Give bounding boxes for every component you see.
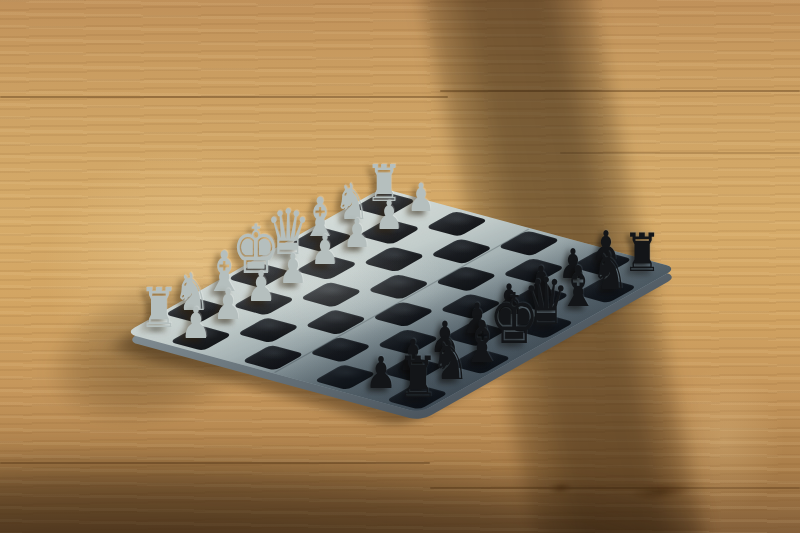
piece-white-pawn-g2[interactable]: ♟ [213,284,243,326]
plank-seam-bottom-left [0,462,430,464]
plank-seam-top-right [440,90,800,92]
piece-white-pawn-h2[interactable]: ♟ [181,302,212,345]
plank-seam-mid-right [560,152,800,154]
plank-seam-bottom-right [430,487,800,489]
plank-seam-top-left [0,96,448,98]
piece-white-pawn-e2[interactable]: ♟ [278,249,307,290]
window-frame-shadow-bottom [0,420,700,533]
piece-white-rook-h1[interactable]: ♜ [140,281,179,336]
wood-knot-small [547,481,574,496]
piece-black-rook-h8[interactable]: ♜ [397,349,438,406]
sunlight-patch-bottom-right [610,300,800,533]
piece-black-pawn-h7[interactable]: ♟ [365,351,397,395]
piece-white-pawn-a2[interactable]: ♟ [407,178,435,217]
wood-knot-large [629,481,692,502]
piece-white-pawn-c2[interactable]: ♟ [343,214,372,254]
piece-white-pawn-d2[interactable]: ♟ [310,231,339,272]
piece-black-rook-a8[interactable]: ♜ [623,226,661,279]
chess-photo-scene: ♜♞♝♛♚♝♞♜♟♟♟♟♟♟♟♟♟♟♟♟♟♟♟♟♜♞♝♛♚♝♞♜ [0,0,800,533]
piece-white-pawn-b2[interactable]: ♟ [375,195,404,235]
piece-white-pawn-f2[interactable]: ♟ [246,266,276,308]
